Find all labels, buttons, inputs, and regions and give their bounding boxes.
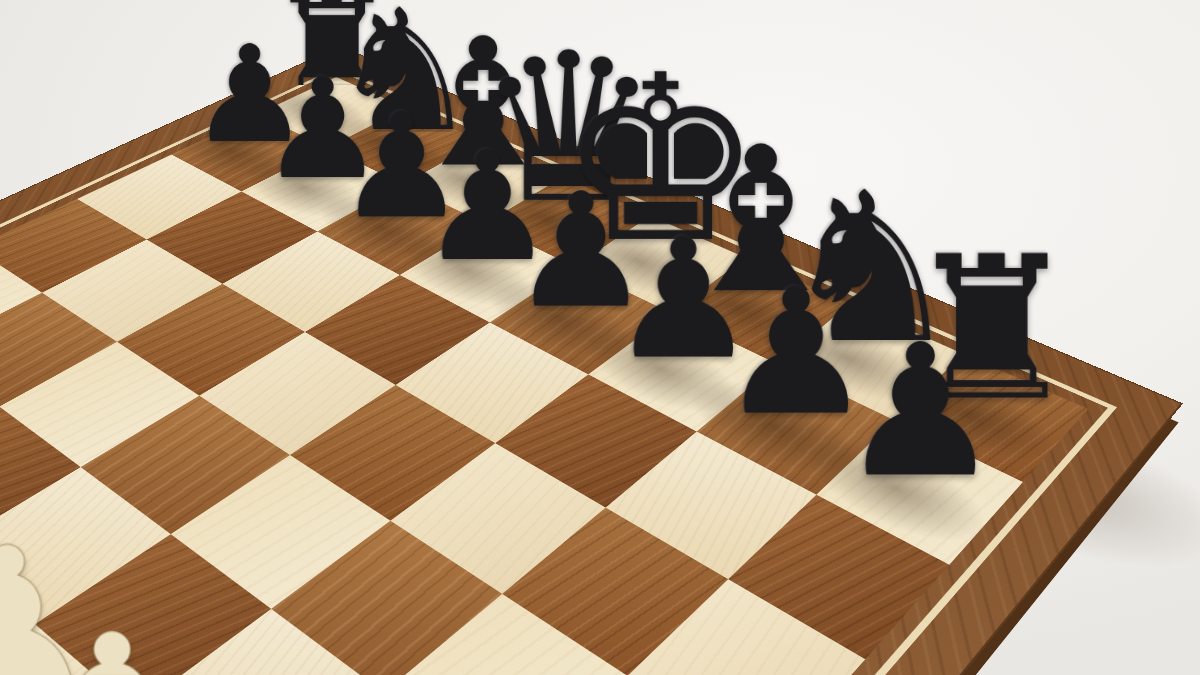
bishop-glyph: ♝ — [0, 651, 84, 675]
chess-product-photo: ♜♞♝♛♚♝♞♜♟♟♟♟♟♟♟♟♟♟♟♟♟♟♟♟♜♞♝♛♚♝♞♜ — [0, 0, 1200, 675]
pieces-layer: ♜♞♝♛♚♝♞♜♟♟♟♟♟♟♟♟♟♟♟♟♟♟♟♟♜♞♝♛♚♝♞♜ — [0, 47, 1180, 675]
pawn-glyph: ♟ — [838, 320, 1002, 503]
chess-board: ♜♞♝♛♚♝♞♜♟♟♟♟♟♟♟♟♟♟♟♟♟♟♟♟♜♞♝♛♚♝♞♜ — [0, 47, 1180, 675]
perspective-scene: ♜♞♝♛♚♝♞♜♟♟♟♟♟♟♟♟♟♟♟♟♟♟♟♟♜♞♝♛♚♝♞♜ — [0, 0, 1200, 675]
